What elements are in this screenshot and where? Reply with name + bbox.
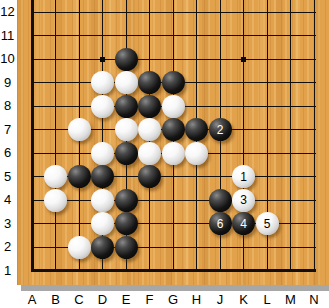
col-label-F: F — [141, 292, 159, 308]
stone-white-K4: 3 — [232, 189, 255, 212]
col-label-C: C — [70, 292, 88, 308]
grid-line-row-11 — [31, 35, 316, 36]
stone-black-E3 — [115, 212, 138, 235]
row-label-8: 8 — [0, 98, 15, 114]
row-label-1: 1 — [0, 263, 15, 279]
col-label-G: G — [164, 292, 182, 308]
row-label-4: 4 — [0, 192, 15, 208]
move-number-label-3: 3 — [240, 194, 247, 206]
col-label-H: H — [188, 292, 206, 308]
col-label-M: M — [282, 292, 300, 308]
star-point-K10 — [241, 57, 246, 62]
stone-white-L3: 5 — [256, 212, 279, 235]
stone-black-K3: 4 — [232, 212, 255, 235]
grid-line-col-B — [55, 0, 56, 272]
stone-black-E2 — [115, 236, 138, 259]
row-label-11: 11 — [0, 28, 15, 44]
stone-black-D2 — [91, 236, 114, 259]
col-label-K: K — [235, 292, 253, 308]
stone-white-D4 — [91, 189, 114, 212]
stone-black-F5 — [138, 165, 161, 188]
stone-white-D6 — [91, 142, 114, 165]
stone-white-E9 — [115, 71, 138, 94]
row-label-9: 9 — [0, 75, 15, 91]
stone-black-J4 — [209, 189, 232, 212]
stone-white-D8 — [91, 95, 114, 118]
stone-black-E10 — [115, 48, 138, 71]
stone-black-G7 — [162, 118, 185, 141]
stone-white-B4 — [44, 189, 67, 212]
grid-line-row-12 — [31, 12, 316, 13]
grid-line-col-M — [290, 0, 291, 272]
move-number-label-2: 2 — [217, 124, 224, 136]
row-label-10: 10 — [0, 51, 15, 67]
col-label-J: J — [211, 292, 229, 308]
stone-white-F7 — [138, 118, 161, 141]
grid-line-row-4 — [31, 200, 316, 201]
stone-white-G8 — [162, 95, 185, 118]
stone-black-G9 — [162, 71, 185, 94]
go-diagram: 213645 121110987654321ABCDEFGHJKLMN — [0, 0, 329, 308]
move-number-label-4: 4 — [240, 218, 247, 230]
col-label-E: E — [117, 292, 135, 308]
stone-black-H7 — [185, 118, 208, 141]
grid-line-col-N — [314, 0, 315, 272]
stone-white-H6 — [185, 142, 208, 165]
row-label-12: 12 — [0, 4, 15, 20]
board-shadow — [21, 285, 329, 291]
stone-white-C2 — [68, 236, 91, 259]
stone-black-F8 — [138, 95, 161, 118]
row-label-7: 7 — [0, 122, 15, 138]
col-label-N: N — [305, 292, 323, 308]
grid-line-row-1 — [31, 269, 316, 272]
row-label-3: 3 — [0, 216, 15, 232]
row-label-2: 2 — [0, 239, 15, 255]
stone-white-C7 — [68, 118, 91, 141]
stone-black-J3: 6 — [209, 212, 232, 235]
stone-white-B5 — [44, 165, 67, 188]
row-label-6: 6 — [0, 145, 15, 161]
stone-white-K5: 1 — [232, 165, 255, 188]
stone-white-D3 — [91, 212, 114, 235]
star-point-D10 — [100, 57, 105, 62]
stone-white-E7 — [115, 118, 138, 141]
move-number-label-5: 5 — [264, 218, 271, 230]
move-number-label-6: 6 — [217, 218, 224, 230]
stone-white-G6 — [162, 142, 185, 165]
stone-black-D5 — [91, 165, 114, 188]
grid-line-col-A — [31, 0, 34, 272]
stone-white-D9 — [91, 71, 114, 94]
row-label-5: 5 — [0, 169, 15, 185]
stone-black-F9 — [138, 71, 161, 94]
stone-white-F6 — [138, 142, 161, 165]
stone-black-E4 — [115, 189, 138, 212]
stone-black-C5 — [68, 165, 91, 188]
col-label-A: A — [23, 292, 41, 308]
stone-black-J7: 2 — [209, 118, 232, 141]
col-label-D: D — [94, 292, 112, 308]
col-label-L: L — [258, 292, 276, 308]
stone-black-E6 — [115, 142, 138, 165]
col-label-B: B — [47, 292, 65, 308]
move-number-label-1: 1 — [240, 171, 247, 183]
stone-black-E8 — [115, 95, 138, 118]
grid-line-row-10 — [31, 59, 316, 60]
